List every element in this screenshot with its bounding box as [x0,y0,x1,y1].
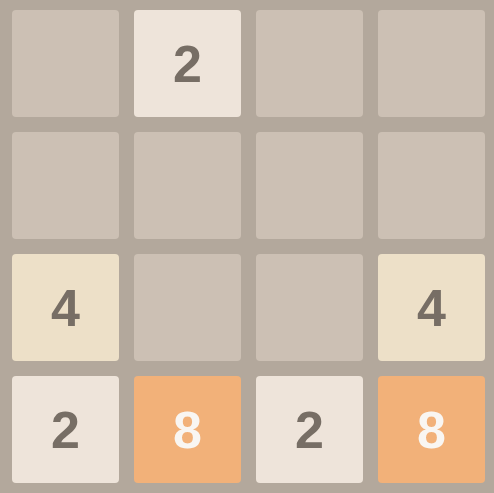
empty-cell-r1c0 [12,132,119,239]
empty-cell-r2c2 [256,254,363,361]
empty-cell-r0c2 [256,10,363,117]
tile-2-r3c0: 2 [12,376,119,483]
tile-2-r3c2: 2 [256,376,363,483]
tile-4-r2c3: 4 [378,254,485,361]
tile-8-r3c3: 8 [378,376,485,483]
empty-cell-r2c1 [134,254,241,361]
tile-2-r0c1: 2 [134,10,241,117]
board-2048[interactable]: 2442828 [0,0,494,493]
tile-8-r3c1: 8 [134,376,241,483]
empty-cell-r0c0 [12,10,119,117]
empty-cell-r1c1 [134,132,241,239]
empty-cell-r1c3 [378,132,485,239]
tile-4-r2c0: 4 [12,254,119,361]
empty-cell-r0c3 [378,10,485,117]
empty-cell-r1c2 [256,132,363,239]
